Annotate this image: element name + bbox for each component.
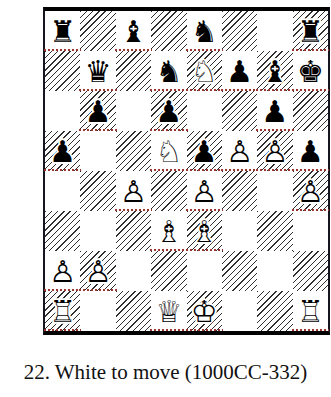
square-c4[interactable]: ♙: [116, 171, 151, 211]
square-g7[interactable]: ♝: [257, 51, 292, 91]
square-f1[interactable]: [222, 291, 257, 331]
square-d8[interactable]: [151, 11, 186, 51]
square-f3[interactable]: [222, 211, 257, 251]
square-c2[interactable]: [116, 251, 151, 291]
piece-white-knight-e7[interactable]: ♘: [187, 51, 222, 91]
piece-white-queen-d1[interactable]: ♕: [151, 291, 186, 331]
square-c6[interactable]: [116, 91, 151, 131]
square-d5[interactable]: ♘: [151, 131, 186, 171]
square-a3[interactable]: [45, 211, 80, 251]
square-e1[interactable]: ♔: [187, 291, 222, 331]
square-d2[interactable]: [151, 251, 186, 291]
piece-black-bishop-c8[interactable]: ♝: [116, 11, 151, 51]
piece-black-knight-d7[interactable]: ♞: [151, 51, 186, 91]
piece-white-bishop-d3[interactable]: ♗: [151, 211, 186, 251]
piece-white-pawn-b2[interactable]: ♙: [80, 251, 115, 291]
square-h3[interactable]: [293, 211, 328, 251]
square-c8[interactable]: ♝: [116, 11, 151, 51]
square-e6[interactable]: [187, 91, 222, 131]
square-a7[interactable]: [45, 51, 80, 91]
square-e5[interactable]: ♟: [187, 131, 222, 171]
square-d7[interactable]: ♞: [151, 51, 186, 91]
piece-white-pawn-e4[interactable]: ♙: [187, 171, 222, 211]
chess-diagram-page: ♜♝♞♜♛♞♘♟♝♚♟♟♟♟♘♟♙♙♟♙♙♙♗♗♙♙♖♕♔♖ 22. White…: [0, 0, 331, 397]
piece-white-pawn-h4[interactable]: ♙: [293, 171, 328, 211]
square-e2[interactable]: [187, 251, 222, 291]
piece-white-king-e1[interactable]: ♔: [187, 291, 222, 331]
piece-black-rook-a8[interactable]: ♜: [45, 11, 80, 51]
square-g5[interactable]: ♙: [257, 131, 292, 171]
square-f7[interactable]: ♟: [222, 51, 257, 91]
piece-white-pawn-g5[interactable]: ♙: [257, 131, 292, 171]
piece-black-queen-b7[interactable]: ♛: [80, 51, 115, 91]
square-c1[interactable]: [116, 291, 151, 331]
square-e4[interactable]: ♙: [187, 171, 222, 211]
piece-black-rook-h8[interactable]: ♜: [293, 11, 328, 51]
square-a5[interactable]: ♟: [45, 131, 80, 171]
piece-black-king-h7[interactable]: ♚: [293, 51, 328, 91]
piece-white-pawn-c4[interactable]: ♙: [116, 171, 151, 211]
square-b2[interactable]: ♙: [80, 251, 115, 291]
square-f6[interactable]: [222, 91, 257, 131]
square-h4[interactable]: ♙: [293, 171, 328, 211]
square-h6[interactable]: [293, 91, 328, 131]
square-b3[interactable]: [80, 211, 115, 251]
square-d4[interactable]: [151, 171, 186, 211]
square-b6[interactable]: ♟: [80, 91, 115, 131]
square-b8[interactable]: [80, 11, 115, 51]
square-a2[interactable]: ♙: [45, 251, 80, 291]
square-f5[interactable]: ♙: [222, 131, 257, 171]
piece-black-pawn-a5[interactable]: ♟: [45, 131, 80, 171]
square-c5[interactable]: [116, 131, 151, 171]
piece-black-bishop-g7[interactable]: ♝: [257, 51, 292, 91]
piece-black-pawn-e5[interactable]: ♟: [187, 131, 222, 171]
square-f8[interactable]: [222, 11, 257, 51]
chess-board: ♜♝♞♜♛♞♘♟♝♚♟♟♟♟♘♟♙♙♟♙♙♙♗♗♙♙♖♕♔♖: [45, 11, 328, 331]
square-d3[interactable]: ♗: [151, 211, 186, 251]
piece-black-knight-e8[interactable]: ♞: [187, 11, 222, 51]
piece-black-pawn-f7[interactable]: ♟: [222, 51, 257, 91]
square-h8[interactable]: ♜: [293, 11, 328, 51]
square-b1[interactable]: [80, 291, 115, 331]
square-a6[interactable]: [45, 91, 80, 131]
square-f4[interactable]: [222, 171, 257, 211]
piece-white-pawn-a2[interactable]: ♙: [45, 251, 80, 291]
square-f2[interactable]: [222, 251, 257, 291]
square-c3[interactable]: [116, 211, 151, 251]
piece-white-bishop-e3[interactable]: ♗: [187, 211, 222, 251]
square-h7[interactable]: ♚: [293, 51, 328, 91]
square-g1[interactable]: [257, 291, 292, 331]
square-d1[interactable]: ♕: [151, 291, 186, 331]
piece-white-pawn-f5[interactable]: ♙: [222, 131, 257, 171]
piece-white-rook-h1[interactable]: ♖: [293, 291, 328, 331]
square-e7[interactable]: ♘: [187, 51, 222, 91]
square-h1[interactable]: ♖: [293, 291, 328, 331]
piece-black-pawn-d6[interactable]: ♟: [151, 91, 186, 131]
piece-black-pawn-h5[interactable]: ♟: [293, 131, 328, 171]
square-g3[interactable]: [257, 211, 292, 251]
square-e3[interactable]: ♗: [187, 211, 222, 251]
square-b5[interactable]: [80, 131, 115, 171]
square-a8[interactable]: ♜: [45, 11, 80, 51]
square-b4[interactable]: [80, 171, 115, 211]
square-a1[interactable]: ♖: [45, 291, 80, 331]
square-h5[interactable]: ♟: [293, 131, 328, 171]
square-g2[interactable]: [257, 251, 292, 291]
piece-black-pawn-b6[interactable]: ♟: [80, 91, 115, 131]
square-a4[interactable]: [45, 171, 80, 211]
square-g8[interactable]: [257, 11, 292, 51]
square-b7[interactable]: ♛: [80, 51, 115, 91]
chess-board-frame: ♜♝♞♜♛♞♘♟♝♚♟♟♟♟♘♟♙♙♟♙♙♙♗♗♙♙♖♕♔♖: [43, 7, 330, 335]
piece-black-pawn-g6[interactable]: ♟: [257, 91, 292, 131]
square-e8[interactable]: ♞: [187, 11, 222, 51]
square-g4[interactable]: [257, 171, 292, 211]
piece-white-rook-a1[interactable]: ♖: [45, 291, 80, 331]
piece-white-knight-d5[interactable]: ♘: [151, 131, 186, 171]
square-c7[interactable]: [116, 51, 151, 91]
square-g6[interactable]: ♟: [257, 91, 292, 131]
puzzle-caption: 22. White to move (1000CC-332): [0, 360, 331, 385]
square-d6[interactable]: ♟: [151, 91, 186, 131]
square-h2[interactable]: [293, 251, 328, 291]
